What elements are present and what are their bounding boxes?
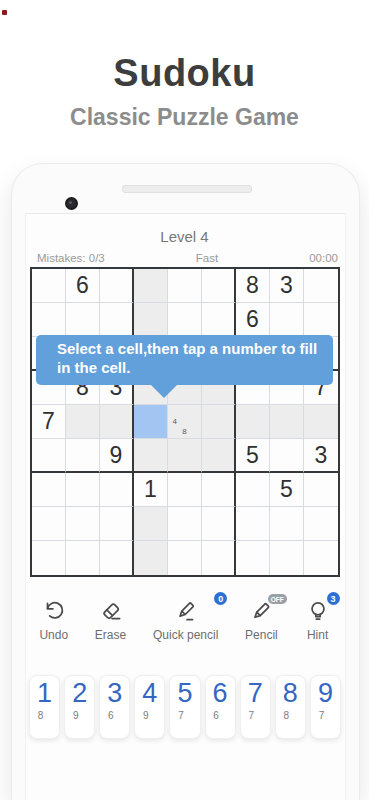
number-key-7[interactable]: 77 xyxy=(240,675,271,739)
cell-r2c4[interactable] xyxy=(134,303,168,337)
cell-r6c4[interactable] xyxy=(134,439,168,473)
key-remaining-count: 7 xyxy=(319,710,325,721)
pencil-mark-8: 8 xyxy=(180,427,190,436)
cell-r7c6[interactable] xyxy=(202,473,236,507)
cell-r9c9[interactable] xyxy=(304,541,338,575)
key-digit: 4 xyxy=(142,678,157,709)
cell-r1c7[interactable]: 8 xyxy=(236,269,270,303)
cell-r8c7[interactable] xyxy=(236,507,270,541)
cell-r5c1[interactable]: 7 xyxy=(32,405,66,439)
cell-r8c2[interactable] xyxy=(66,507,100,541)
tool-label: Quick pencil xyxy=(153,628,218,642)
tooltip-arrow xyxy=(151,385,177,398)
tutorial-tooltip: Select a cell,then tap a number to fill … xyxy=(36,335,333,385)
number-key-9[interactable]: 97 xyxy=(310,675,341,739)
cell-r7c9[interactable] xyxy=(304,473,338,507)
cell-r1c4[interactable] xyxy=(134,269,168,303)
camera-icon xyxy=(65,197,78,210)
key-remaining-count: 7 xyxy=(178,710,184,721)
key-remaining-count: 6 xyxy=(213,710,219,721)
number-key-5[interactable]: 57 xyxy=(169,675,200,739)
pencil-button[interactable]: OFFPencil xyxy=(245,598,278,642)
undo-icon xyxy=(41,598,67,624)
cell-r6c1[interactable] xyxy=(32,439,66,473)
cell-r7c4[interactable]: 1 xyxy=(134,473,168,507)
mistakes-label: Mistakes: 0/3 xyxy=(37,252,105,264)
cell-r1c8[interactable]: 3 xyxy=(270,269,304,303)
cell-r2c3[interactable] xyxy=(100,303,134,337)
key-digit: 1 xyxy=(37,678,52,709)
cell-r7c1[interactable] xyxy=(32,473,66,507)
cell-r7c3[interactable] xyxy=(100,473,134,507)
cell-r5c3[interactable] xyxy=(100,405,134,439)
cell-r8c8[interactable] xyxy=(270,507,304,541)
cell-r9c4[interactable] xyxy=(134,541,168,575)
cell-r2c2[interactable] xyxy=(66,303,100,337)
number-key-4[interactable]: 49 xyxy=(134,675,165,739)
cell-r5c6[interactable] xyxy=(202,405,236,439)
tool-label: Pencil xyxy=(245,628,278,642)
cell-r5c9[interactable] xyxy=(304,405,338,439)
cell-r1c5[interactable] xyxy=(168,269,202,303)
quick-pencil-button[interactable]: 0Quick pencil xyxy=(153,598,218,642)
cell-r5c4[interactable] xyxy=(134,405,168,439)
cell-r5c8[interactable] xyxy=(270,405,304,439)
cell-r7c7[interactable] xyxy=(236,473,270,507)
tooltip-text: Select a cell,then tap a number to fill … xyxy=(57,340,317,376)
cell-r8c1[interactable] xyxy=(32,507,66,541)
cell-r9c8[interactable] xyxy=(270,541,304,575)
key-digit: 5 xyxy=(177,678,192,709)
cell-r6c2[interactable] xyxy=(66,439,100,473)
key-remaining-count: 8 xyxy=(38,710,44,721)
undo-button[interactable]: Undo xyxy=(39,598,68,642)
cell-r6c7[interactable]: 5 xyxy=(236,439,270,473)
cell-r5c2[interactable] xyxy=(66,405,100,439)
cell-r6c9[interactable]: 3 xyxy=(304,439,338,473)
cell-r8c3[interactable] xyxy=(100,507,134,541)
sudoku-board: 683683774895315 xyxy=(30,267,340,577)
cell-r6c5[interactable] xyxy=(168,439,202,473)
cell-r1c3[interactable] xyxy=(100,269,134,303)
cell-r6c3[interactable]: 9 xyxy=(100,439,134,473)
speaker-slot xyxy=(122,185,252,193)
badge: 3 xyxy=(327,592,340,605)
cell-r2c5[interactable] xyxy=(168,303,202,337)
key-digit: 2 xyxy=(72,678,87,709)
erase-button[interactable]: Erase xyxy=(95,598,126,642)
cell-r8c9[interactable] xyxy=(304,507,338,541)
number-key-6[interactable]: 66 xyxy=(205,675,236,739)
key-remaining-count: 9 xyxy=(143,710,149,721)
cell-r8c5[interactable] xyxy=(168,507,202,541)
cell-r9c2[interactable] xyxy=(66,541,100,575)
cell-r8c6[interactable] xyxy=(202,507,236,541)
tool-label: Erase xyxy=(95,628,126,642)
cell-r1c6[interactable] xyxy=(202,269,236,303)
pencil-mark-4: 4 xyxy=(170,417,180,426)
record-dot xyxy=(2,10,7,15)
cell-r9c3[interactable] xyxy=(100,541,134,575)
level-label: Level 4 xyxy=(0,228,369,245)
cell-r2c8[interactable] xyxy=(270,303,304,337)
tool-label: Hint xyxy=(307,628,328,642)
cell-r5c7[interactable] xyxy=(236,405,270,439)
cell-r2c7[interactable]: 6 xyxy=(236,303,270,337)
key-digit: 6 xyxy=(213,678,228,709)
cell-r9c6[interactable] xyxy=(202,541,236,575)
key-remaining-count: 9 xyxy=(73,710,79,721)
number-key-1[interactable]: 18 xyxy=(29,675,60,739)
toolbar: UndoErase0Quick pencilOFFPencil3Hint xyxy=(26,598,344,642)
cell-r2c9[interactable] xyxy=(304,303,338,337)
number-key-3[interactable]: 36 xyxy=(99,675,130,739)
key-remaining-count: 7 xyxy=(248,710,254,721)
badge: 0 xyxy=(214,592,227,605)
key-remaining-count: 6 xyxy=(108,710,114,721)
cell-r6c8[interactable] xyxy=(270,439,304,473)
cell-r2c6[interactable] xyxy=(202,303,236,337)
eraser-icon xyxy=(98,598,124,624)
key-digit: 9 xyxy=(318,678,333,709)
key-digit: 3 xyxy=(107,678,122,709)
cell-r1c1[interactable] xyxy=(32,269,66,303)
cell-r9c1[interactable] xyxy=(32,541,66,575)
number-key-8[interactable]: 88 xyxy=(275,675,306,739)
cell-r6c6[interactable] xyxy=(202,439,236,473)
timer-label: 00:00 xyxy=(309,252,338,264)
number-pad: 182936495766778897 xyxy=(29,675,341,739)
cell-r1c2[interactable]: 6 xyxy=(66,269,100,303)
number-key-2[interactable]: 29 xyxy=(64,675,95,739)
status-bar: Mistakes: 0/3 Fast 00:00 xyxy=(37,252,338,264)
app-subtitle: Classic Puzzle Game xyxy=(0,104,369,131)
app-title: Sudoku xyxy=(0,52,369,95)
cell-r5c5[interactable]: 48 xyxy=(168,405,202,439)
store-screenshot: Sudoku Classic Puzzle Game Level 4 Mista… xyxy=(0,0,369,800)
cell-r7c2[interactable] xyxy=(66,473,100,507)
key-digit: 7 xyxy=(248,678,263,709)
hint-button[interactable]: 3Hint xyxy=(305,598,331,642)
cell-r7c5[interactable] xyxy=(168,473,202,507)
quick-pencil-icon xyxy=(173,598,199,624)
badge: OFF xyxy=(268,594,287,604)
cell-r9c5[interactable] xyxy=(168,541,202,575)
cell-r7c8[interactable]: 5 xyxy=(270,473,304,507)
lightbulb-icon xyxy=(305,598,331,624)
cell-r1c9[interactable] xyxy=(304,269,338,303)
cell-r8c4[interactable] xyxy=(134,507,168,541)
key-remaining-count: 8 xyxy=(284,710,290,721)
key-digit: 8 xyxy=(283,678,298,709)
difficulty-label: Fast xyxy=(196,252,218,264)
cell-r9c7[interactable] xyxy=(236,541,270,575)
cell-r2c1[interactable] xyxy=(32,303,66,337)
tool-label: Undo xyxy=(39,628,68,642)
